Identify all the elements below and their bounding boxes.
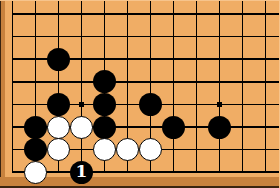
black-stone-H3 bbox=[162, 116, 185, 139]
black-stone-E4 bbox=[93, 93, 116, 116]
white-stone-D3 bbox=[70, 116, 93, 139]
white-stone-E2 bbox=[93, 138, 116, 161]
black-stone-E5 bbox=[93, 70, 116, 93]
grid-line-v-11 bbox=[242, 0, 244, 173]
black-stone-C6 bbox=[47, 48, 70, 71]
black-stone-B2 bbox=[24, 138, 47, 161]
white-stone-C3 bbox=[47, 116, 70, 139]
black-stone-E3 bbox=[93, 116, 116, 139]
grid-line-h-8 bbox=[12, 171, 280, 173]
go-diagram: 1 bbox=[0, 0, 280, 188]
board-top-highlight bbox=[0, 0, 280, 1]
move-1-black-stone-D1: 1 bbox=[70, 161, 93, 184]
star-point-K4 bbox=[217, 102, 222, 107]
grid-line-v-8 bbox=[173, 0, 175, 173]
black-stone-G4 bbox=[139, 93, 162, 116]
grid-line-v-4 bbox=[81, 0, 83, 173]
board-left-bevel bbox=[0, 0, 5, 188]
grid-line-v-1 bbox=[12, 0, 14, 173]
black-stone-C4 bbox=[47, 93, 70, 116]
white-stone-G2 bbox=[139, 138, 162, 161]
white-stone-C2 bbox=[47, 138, 70, 161]
grid-line-v-12 bbox=[265, 0, 267, 173]
black-stone-K3 bbox=[208, 116, 231, 139]
board-right-highlight bbox=[279, 0, 280, 188]
grid-line-h-1 bbox=[12, 13, 280, 15]
white-stone-F2 bbox=[116, 138, 139, 161]
grid-line-v-9 bbox=[196, 0, 198, 173]
black-stone-B3 bbox=[24, 116, 47, 139]
grid-line-h-2 bbox=[12, 36, 280, 38]
move-number-label: 1 bbox=[76, 163, 88, 181]
white-stone-B1 bbox=[24, 161, 47, 184]
grid-line-h-4 bbox=[12, 81, 280, 83]
star-point-D4 bbox=[79, 102, 84, 107]
grid-line-v-10 bbox=[219, 0, 221, 173]
